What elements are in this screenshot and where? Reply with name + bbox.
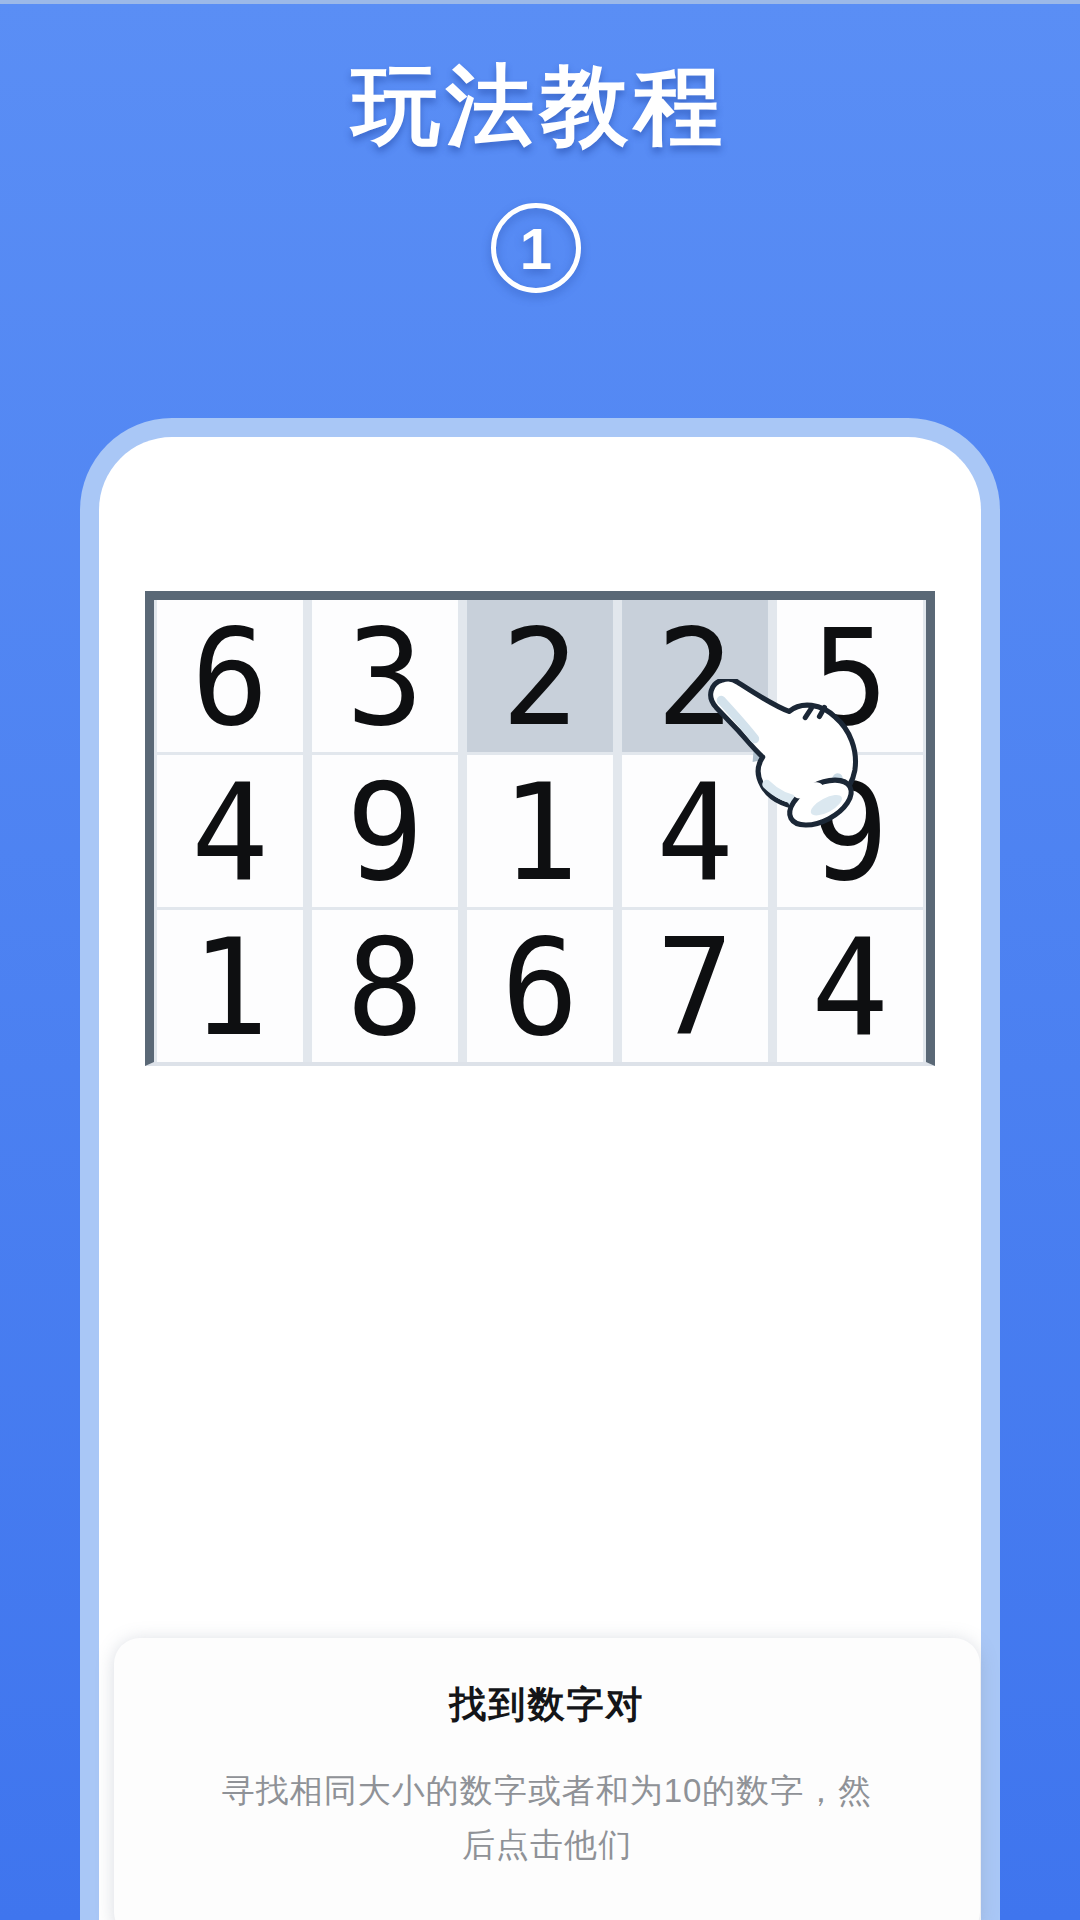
board-cell[interactable]: 1 — [467, 755, 613, 907]
step-number: 1 — [520, 215, 552, 282]
tutorial-info-card: 找到数字对 寻找相同大小的数字或者和为10的数字，然 后点击他们 — [114, 1638, 980, 1920]
info-card-body: 寻找相同大小的数字或者和为10的数字，然 后点击他们 — [114, 1764, 980, 1872]
board-cell[interactable]: 6 — [467, 910, 613, 1062]
info-card-body-line: 后点击他们 — [114, 1818, 980, 1872]
board-cell[interactable]: 1 — [157, 910, 303, 1062]
info-card-title: 找到数字对 — [114, 1680, 980, 1730]
board-cell[interactable]: 6 — [157, 600, 303, 752]
board-cell[interactable]: 4 — [777, 910, 923, 1062]
info-card-body-line: 寻找相同大小的数字或者和为10的数字，然 — [114, 1764, 980, 1818]
page-title: 玩法教程 — [0, 62, 1080, 150]
board-cell[interactable]: 4 — [622, 755, 768, 907]
board-cell[interactable]: 7 — [622, 910, 768, 1062]
board-cell[interactable]: 5 — [777, 600, 923, 752]
step-badge: 1 — [491, 203, 581, 293]
board-cell[interactable]: 9 — [777, 755, 923, 907]
board-cell[interactable]: 2 — [622, 600, 768, 752]
tutorial-screen: 玩法教程 1 6 3 2 2 5 4 9 1 4 9 1 8 6 7 4 — [0, 0, 1080, 1920]
board-cell[interactable]: 3 — [312, 600, 458, 752]
status-strip — [0, 0, 1080, 4]
board-cell[interactable]: 9 — [312, 755, 458, 907]
game-board: 6 3 2 2 5 4 9 1 4 9 1 8 6 7 4 — [145, 591, 935, 1066]
board-cell[interactable]: 8 — [312, 910, 458, 1062]
board-cell[interactable]: 4 — [157, 755, 303, 907]
board-cell[interactable]: 2 — [467, 600, 613, 752]
